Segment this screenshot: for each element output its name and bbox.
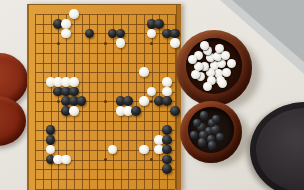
white-stone[interactable] xyxy=(139,67,149,77)
white-stone[interactable] xyxy=(162,77,172,87)
black-stone-in-bowl xyxy=(198,138,206,146)
white-stone-in-bowl xyxy=(191,70,200,79)
black-stone[interactable] xyxy=(77,96,87,106)
white-stone[interactable] xyxy=(139,96,149,106)
black-stone[interactable] xyxy=(162,155,172,165)
black-stone[interactable] xyxy=(154,19,164,29)
black-stone-in-bowl xyxy=(208,141,216,149)
black-stone[interactable] xyxy=(85,29,95,39)
white-bowl-opening xyxy=(186,38,242,94)
white-stone[interactable] xyxy=(147,87,157,97)
white-stone-in-bowl xyxy=(217,59,226,68)
white-stone-in-bowl xyxy=(203,82,212,91)
board-grid[interactable] xyxy=(31,9,179,190)
black-stone[interactable] xyxy=(46,125,56,135)
black-stone[interactable] xyxy=(116,29,126,39)
white-stone-bowl xyxy=(176,30,252,106)
red-lid-bottom xyxy=(0,96,26,146)
black-stone[interactable] xyxy=(162,164,172,174)
white-stone[interactable] xyxy=(162,87,172,97)
white-stone-in-bowl xyxy=(218,79,227,88)
black-stone[interactable] xyxy=(170,106,180,116)
black-stone[interactable] xyxy=(46,135,56,145)
white-stone[interactable] xyxy=(147,29,157,39)
white-stone-in-bowl xyxy=(222,68,231,77)
black-stone[interactable] xyxy=(162,96,172,106)
white-stone[interactable] xyxy=(116,38,126,48)
white-stone[interactable] xyxy=(61,29,71,39)
white-stone[interactable] xyxy=(69,9,79,19)
go-board[interactable] xyxy=(27,4,181,190)
bowl-lid-dark xyxy=(250,102,304,190)
white-stone-in-bowl xyxy=(227,59,236,68)
black-stone[interactable] xyxy=(162,135,172,145)
black-stone[interactable] xyxy=(162,125,172,135)
white-stone[interactable] xyxy=(69,106,79,116)
white-stone[interactable] xyxy=(69,77,79,87)
white-stone[interactable] xyxy=(108,145,118,155)
white-stone[interactable] xyxy=(61,155,71,165)
black-stone-in-bowl xyxy=(190,131,198,139)
white-stone-in-bowl xyxy=(200,41,209,50)
black-stone[interactable] xyxy=(131,106,141,116)
black-stone[interactable] xyxy=(170,29,180,39)
black-stone[interactable] xyxy=(69,87,79,97)
black-stone[interactable] xyxy=(162,145,172,155)
white-stone[interactable] xyxy=(46,145,56,155)
white-stone[interactable] xyxy=(139,145,149,155)
black-stone-bowl xyxy=(180,101,242,163)
black-stone-in-bowl xyxy=(212,115,220,123)
black-stone-in-bowl xyxy=(200,111,208,119)
white-stone[interactable] xyxy=(61,19,71,29)
white-stone[interactable] xyxy=(170,38,180,48)
black-stone[interactable] xyxy=(123,96,133,106)
black-stone-in-bowl xyxy=(216,133,224,141)
black-bowl-opening xyxy=(188,107,234,153)
white-stone-in-bowl xyxy=(188,55,197,64)
go-game-scene xyxy=(0,0,304,190)
